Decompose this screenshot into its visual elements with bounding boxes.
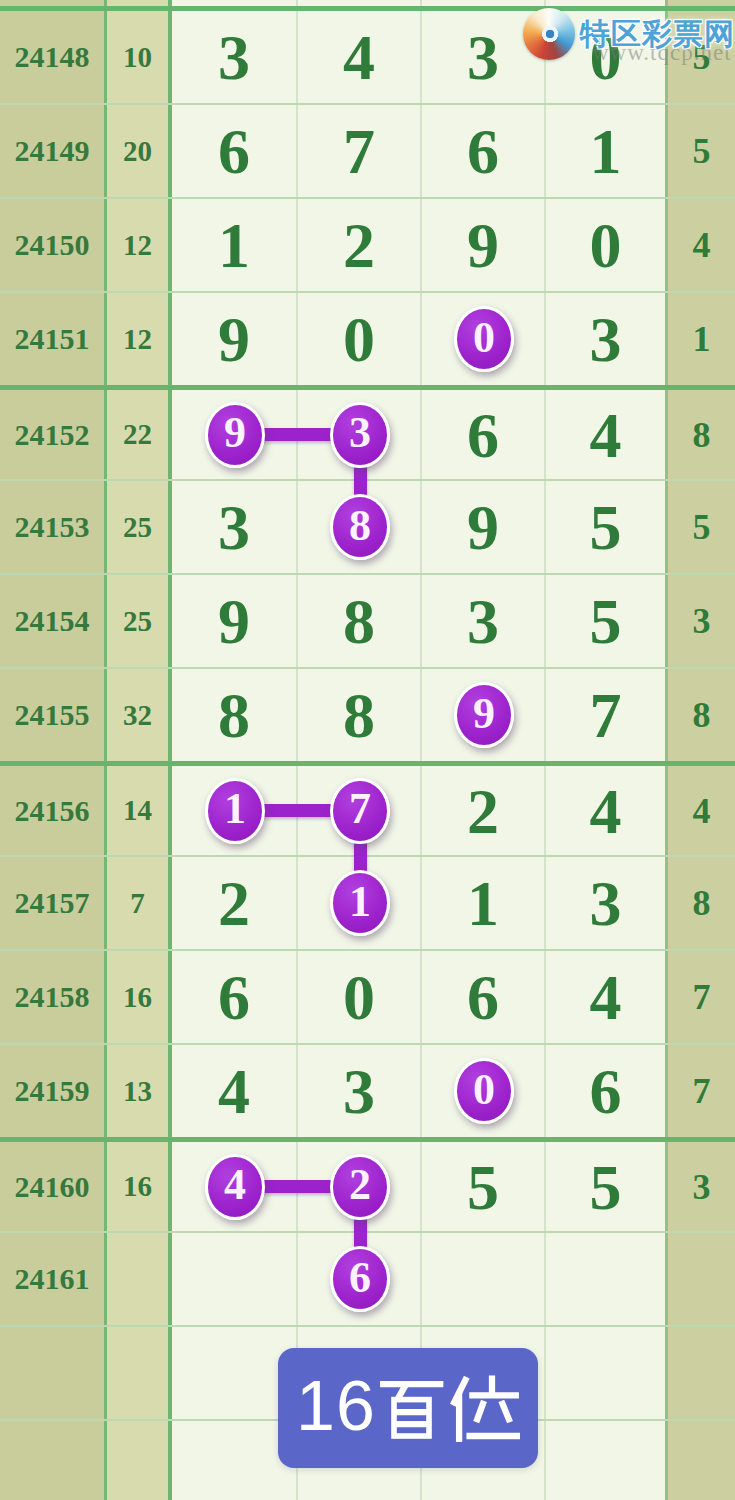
digit-cell [546,1233,668,1325]
digit-cell: 1 [546,105,668,197]
empty-cell [668,1327,735,1419]
digit-cell: 0 [298,293,422,385]
digit-cell: 3 [546,857,668,949]
hundreds-place-label-glyphs [380,1373,520,1443]
selected-number-circle: 7 [330,778,390,844]
issue-cell: 24148 [0,11,107,103]
tail-cell: 4 [668,199,735,291]
tail-cell: 3 [668,1142,735,1231]
sum-cell: 13 [107,1045,172,1137]
selected-number-circle: 4 [205,1154,265,1220]
issue-row-24159: 24159134367 [0,1043,735,1137]
digit-cell [422,1233,546,1325]
selected-number-circle: 0 [454,306,514,372]
digit-cell: 5 [422,1142,546,1231]
sliver-cell [546,0,668,6]
digit-cell: 8 [298,669,422,761]
empty-cell [0,1421,107,1500]
selected-number-circle: 1 [330,870,390,936]
issue-row-24155: 24155328878 [0,667,735,761]
digit-cell [172,1233,298,1325]
sliver-cell [422,0,546,6]
tail-cell: 1 [668,293,735,385]
tail-cell: 4 [668,766,735,855]
lottery-trend-chart-screen: 2414810343052414920676152415012129042415… [0,0,735,1500]
digit-cell: 3 [298,1045,422,1137]
sliver-cell [172,0,298,6]
issue-cell: 24151 [0,293,107,385]
issue-cell: 24153 [0,481,107,573]
tail-cell: 3 [668,575,735,667]
digit-cell: 5 [546,481,668,573]
digit-cell: 1 [172,199,298,291]
digit-cell: 3 [172,11,298,103]
tail-cell: 8 [668,390,735,479]
sliver-cell [668,0,735,6]
selected-number-circle: 0 [454,1058,514,1124]
digit-cell: 6 [546,1045,668,1137]
issue-cell: 24149 [0,105,107,197]
digit-cell: 8 [298,575,422,667]
tail-cell: 8 [668,857,735,949]
sum-cell: 25 [107,481,172,573]
digit-cell: 4 [172,1045,298,1137]
site-logo[interactable]: 特区彩票网 [523,8,735,60]
sum-cell: 7 [107,857,172,949]
digit-cell: 4 [546,766,668,855]
digit-cell: 6 [422,390,546,479]
issue-cell: 24156 [0,766,107,855]
digit-cell: 6 [172,105,298,197]
issue-cell: 24154 [0,575,107,667]
issue-row-24158: 241581660647 [0,949,735,1043]
empty-cell [0,1327,107,1419]
sum-cell: 12 [107,199,172,291]
empty-cell [546,1421,668,1500]
selected-number-circle: 2 [330,1154,390,1220]
empty-cell [668,1421,735,1500]
sliver-cell [107,0,172,6]
issue-cell: 24152 [0,390,107,479]
tail-cell: 8 [668,669,735,761]
digit-cell: 6 [172,951,298,1043]
issue-cell: 24159 [0,1045,107,1137]
chart-title-button[interactable]: 16 [278,1348,538,1468]
issue-row-24150: 241501212904 [0,197,735,291]
digit-cell: 2 [422,766,546,855]
issue-row-24151: 24151129031 [0,291,735,385]
digit-cell: 7 [298,105,422,197]
selected-number-circle: 9 [205,402,265,468]
sum-cell: 14 [107,766,172,855]
selected-number-circle: 8 [330,494,390,560]
empty-cell [107,1421,172,1500]
digit-cell: 9 [422,481,546,573]
issue-row-24154: 241542598353 [0,573,735,667]
digit-cell: 5 [546,575,668,667]
sum-cell [107,1233,172,1325]
tail-cell [668,1233,735,1325]
digit-cell: 3 [172,481,298,573]
digit-cell: 3 [546,293,668,385]
digit-cell: 0 [546,199,668,291]
digit-cell: 4 [298,11,422,103]
sum-cell: 12 [107,293,172,385]
digit-cell: 4 [546,390,668,479]
issue-cell: 24150 [0,199,107,291]
digit-cell: 7 [546,669,668,761]
sliver-cell [0,0,107,6]
tail-cell: 5 [668,481,735,573]
sum-cell: 16 [107,951,172,1043]
digit-cell: 9 [422,199,546,291]
issue-cell: 24161 [0,1233,107,1325]
selected-number-circle: 3 [330,402,390,468]
digit-cell: 8 [172,669,298,761]
tail-cell: 7 [668,951,735,1043]
digit-cell: 0 [298,951,422,1043]
sum-cell: 16 [107,1142,172,1231]
chart-number-label: 16 [296,1371,376,1445]
tail-cell: 5 [668,105,735,197]
issue-cell: 24157 [0,857,107,949]
digit-cell: 6 [422,105,546,197]
digit-cell: 1 [422,857,546,949]
selected-number-circle: 9 [454,682,514,748]
digit-cell: 6 [422,951,546,1043]
digit-cell: 4 [546,951,668,1043]
selected-number-circle: 6 [330,1246,390,1312]
issue-row-24149: 241492067615 [0,103,735,197]
tail-cell: 7 [668,1045,735,1137]
digit-cell: 2 [298,199,422,291]
issue-cell: 24155 [0,669,107,761]
logo-swirl-icon [523,8,575,60]
issue-cell: 24160 [0,1142,107,1231]
sum-cell: 32 [107,669,172,761]
digit-cell: 9 [172,575,298,667]
selected-number-circle: 1 [205,778,265,844]
issue-cell: 24158 [0,951,107,1043]
empty-cell [546,1327,668,1419]
digit-cell: 5 [546,1142,668,1231]
sum-cell: 25 [107,575,172,667]
sum-cell: 20 [107,105,172,197]
digit-cell: 9 [172,293,298,385]
empty-cell [107,1327,172,1419]
digit-cell: 2 [172,857,298,949]
digit-cell: 3 [422,575,546,667]
sliver-cell [298,0,422,6]
site-name: 特区彩票网 [580,14,735,55]
sum-cell: 22 [107,390,172,479]
sum-cell: 10 [107,11,172,103]
